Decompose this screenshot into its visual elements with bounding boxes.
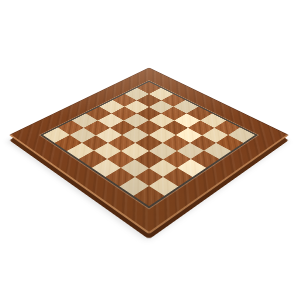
chess-board [9,68,289,235]
board-top-layer [9,68,289,235]
product-photo-scene [0,0,300,300]
playing-field [40,81,258,209]
